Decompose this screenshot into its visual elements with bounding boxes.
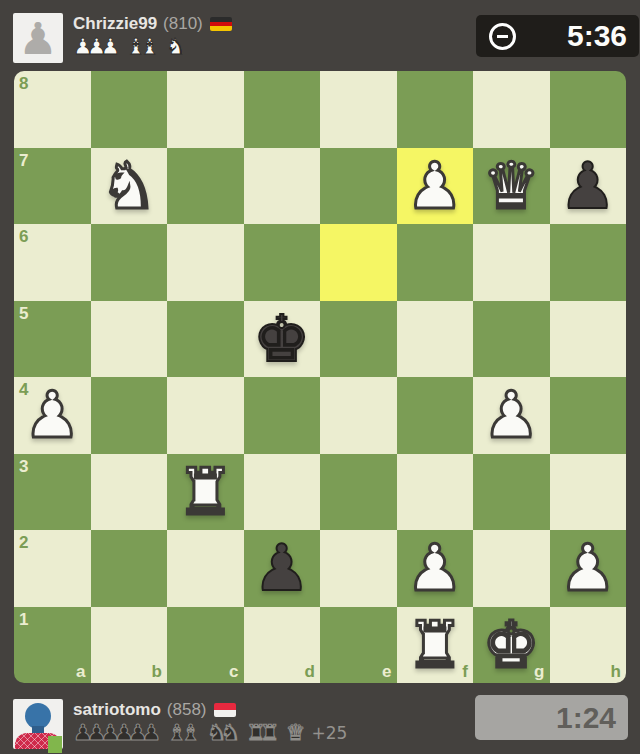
pawn-avatar-icon: ♟ xyxy=(13,13,63,63)
square-h5[interactable] xyxy=(550,301,627,378)
white-pawn[interactable]: ♟ xyxy=(559,530,616,606)
top-player-captured-pieces: ♟♟♟♝♝♞ xyxy=(73,35,453,59)
square-d4[interactable] xyxy=(244,377,321,454)
square-a2[interactable]: 2 xyxy=(14,530,91,607)
top-player-info: Chrizzie99 (810) ♟♟♟♝♝♞ xyxy=(73,14,453,59)
circled-minus-icon xyxy=(489,23,516,50)
square-e8[interactable] xyxy=(320,71,397,148)
file-label-e: e xyxy=(382,663,391,680)
bottom-player-clock: 1:24 xyxy=(475,695,628,740)
square-g6[interactable] xyxy=(473,224,550,301)
top-clock-time: 5:36 xyxy=(567,19,627,53)
square-c7[interactable] xyxy=(167,148,244,225)
bottom-player-rating: (858) xyxy=(167,700,207,720)
white-rook[interactable]: ♜ xyxy=(406,607,463,683)
black-pawn[interactable]: ♟ xyxy=(559,148,616,224)
bottom-player-avatar[interactable] xyxy=(13,699,63,749)
file-label-b: b xyxy=(152,663,162,680)
square-a6[interactable]: 6 xyxy=(14,224,91,301)
black-king[interactable]: ♚ xyxy=(253,301,310,377)
square-c2[interactable] xyxy=(167,530,244,607)
indonesia-flag-icon xyxy=(214,703,236,717)
square-b5[interactable] xyxy=(91,301,168,378)
square-d1[interactable]: d xyxy=(244,607,321,684)
square-b3[interactable] xyxy=(91,454,168,531)
black-pawn[interactable]: ♟ xyxy=(253,530,310,606)
file-label-d: d xyxy=(305,663,315,680)
square-e4[interactable] xyxy=(320,377,397,454)
captured-knights: ♞ xyxy=(166,35,180,59)
rank-label-8: 8 xyxy=(19,75,28,92)
file-label-a: a xyxy=(76,663,85,680)
captured-queens: ♛ xyxy=(286,721,300,745)
rank-label-6: 6 xyxy=(19,228,28,245)
square-d5[interactable]: ♚ xyxy=(244,301,321,378)
square-b2[interactable] xyxy=(91,530,168,607)
square-e5[interactable] xyxy=(320,301,397,378)
square-g2[interactable] xyxy=(473,530,550,607)
square-c8[interactable] xyxy=(167,71,244,148)
captured-knights: ♞♞ xyxy=(207,721,234,745)
square-f8[interactable] xyxy=(397,71,474,148)
captured-bishops: ♝♝ xyxy=(167,721,194,745)
top-player-avatar[interactable]: ♟ xyxy=(13,13,63,63)
square-f6[interactable] xyxy=(397,224,474,301)
white-pawn[interactable]: ♟ xyxy=(24,377,81,453)
white-queen[interactable]: ♛ xyxy=(483,148,540,224)
square-b6[interactable] xyxy=(91,224,168,301)
rank-label-2: 2 xyxy=(19,534,28,551)
square-c4[interactable] xyxy=(167,377,244,454)
square-h3[interactable] xyxy=(550,454,627,531)
square-a5[interactable]: 5 xyxy=(14,301,91,378)
square-h4[interactable] xyxy=(550,377,627,454)
rank-label-3: 3 xyxy=(19,458,28,475)
square-a7[interactable]: 7 xyxy=(14,148,91,225)
square-d3[interactable] xyxy=(244,454,321,531)
rank-label-7: 7 xyxy=(19,152,28,169)
bottom-player-name[interactable]: satriotomo xyxy=(73,700,161,720)
online-status-badge xyxy=(48,736,62,753)
bottom-clock-time: 1:24 xyxy=(556,701,616,735)
germany-flag-icon xyxy=(210,17,232,31)
bottom-player-info: satriotomo (858) ♟♟♟♟♟♟♝♝♞♞♜♜♛+25 xyxy=(73,700,453,745)
square-a4[interactable]: 4♟ xyxy=(14,377,91,454)
square-e6[interactable] xyxy=(320,224,397,301)
square-h1[interactable]: h xyxy=(550,607,627,684)
square-f7[interactable]: ♟ xyxy=(397,148,474,225)
square-a1[interactable]: 1a xyxy=(14,607,91,684)
square-b4[interactable] xyxy=(91,377,168,454)
square-d8[interactable] xyxy=(244,71,321,148)
square-g8[interactable] xyxy=(473,71,550,148)
top-player-name[interactable]: Chrizzie99 xyxy=(73,14,157,34)
square-c6[interactable] xyxy=(167,224,244,301)
white-rook[interactable]: ♜ xyxy=(177,454,234,530)
captured-rooks: ♜♜ xyxy=(246,721,273,745)
captured-bishops: ♝♝ xyxy=(126,35,153,59)
square-f3[interactable] xyxy=(397,454,474,531)
captured-pawns: ♟♟♟♟♟♟ xyxy=(73,721,155,745)
top-player-rating: (810) xyxy=(163,14,203,34)
bottom-player-captured-pieces: ♟♟♟♟♟♟♝♝♞♞♜♜♛+25 xyxy=(73,721,453,745)
square-d2[interactable]: ♟ xyxy=(244,530,321,607)
white-pawn[interactable]: ♟ xyxy=(406,148,463,224)
square-e3[interactable] xyxy=(320,454,397,531)
square-e7[interactable] xyxy=(320,148,397,225)
square-b1[interactable]: b xyxy=(91,607,168,684)
square-a3[interactable]: 3 xyxy=(14,454,91,531)
square-f1[interactable]: f♜ xyxy=(397,607,474,684)
captured-pawns: ♟♟♟ xyxy=(73,35,114,59)
white-knight[interactable]: ♞ xyxy=(100,148,157,224)
square-f2[interactable]: ♟ xyxy=(397,530,474,607)
square-c1[interactable]: c xyxy=(167,607,244,684)
file-label-c: c xyxy=(229,663,238,680)
square-g5[interactable] xyxy=(473,301,550,378)
game-screen: ♟ Chrizzie99 (810) ♟♟♟♝♝♞ 5:36 87♞♟♛♟65♚… xyxy=(0,0,640,754)
white-king[interactable]: ♚ xyxy=(483,607,540,683)
square-h2[interactable]: ♟ xyxy=(550,530,627,607)
square-h6[interactable] xyxy=(550,224,627,301)
square-f5[interactable] xyxy=(397,301,474,378)
square-f4[interactable] xyxy=(397,377,474,454)
square-c3[interactable]: ♜ xyxy=(167,454,244,531)
square-h8[interactable] xyxy=(550,71,627,148)
square-h7[interactable]: ♟ xyxy=(550,148,627,225)
rank-label-5: 5 xyxy=(19,305,28,322)
square-d7[interactable] xyxy=(244,148,321,225)
material-advantage: +25 xyxy=(311,723,347,743)
square-e1[interactable]: e xyxy=(320,607,397,684)
top-player-clock: 5:36 xyxy=(476,15,639,57)
file-label-h: h xyxy=(611,663,621,680)
chess-board: 87♞♟♛♟65♚4♟♟3♜2♟♟♟1abcdef♜g♚h xyxy=(14,71,626,683)
square-d6[interactable] xyxy=(244,224,321,301)
square-b7[interactable]: ♞ xyxy=(91,148,168,225)
square-e2[interactable] xyxy=(320,530,397,607)
square-g1[interactable]: g♚ xyxy=(473,607,550,684)
square-g4[interactable]: ♟ xyxy=(473,377,550,454)
rank-label-1: 1 xyxy=(19,611,28,628)
white-pawn[interactable]: ♟ xyxy=(483,377,540,453)
white-pawn[interactable]: ♟ xyxy=(406,530,463,606)
square-c5[interactable] xyxy=(167,301,244,378)
square-a8[interactable]: 8 xyxy=(14,71,91,148)
square-g7[interactable]: ♛ xyxy=(473,148,550,225)
square-b8[interactable] xyxy=(91,71,168,148)
square-g3[interactable] xyxy=(473,454,550,531)
